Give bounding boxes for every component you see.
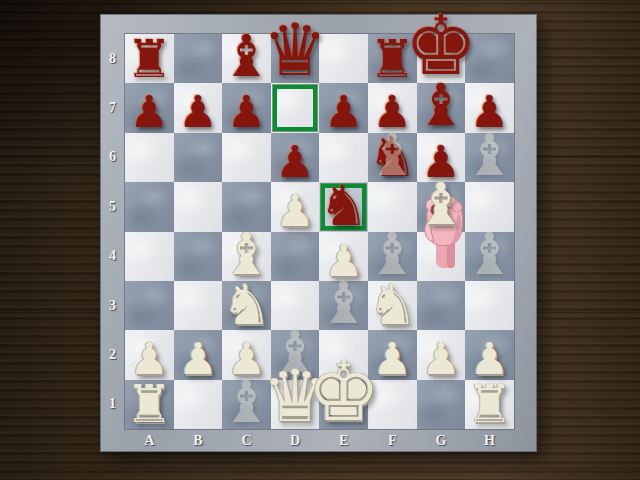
rank-label-7: 7 bbox=[100, 83, 125, 132]
square-a3[interactable] bbox=[125, 281, 174, 330]
chess-board: 8 7 6 5 4 3 2 1 ♜♝♛♜♚♟♟♟♟♟♝♟♟♞♟♞♟♝♝♟♞♞♟♟… bbox=[100, 14, 537, 452]
square-d6[interactable] bbox=[271, 133, 320, 182]
square-h7[interactable] bbox=[465, 83, 514, 132]
square-c3[interactable] bbox=[222, 281, 271, 330]
file-labels: A B C D E F G H bbox=[125, 430, 514, 452]
square-f1[interactable] bbox=[368, 380, 417, 429]
square-d4[interactable] bbox=[271, 232, 320, 281]
square-b3[interactable] bbox=[174, 281, 223, 330]
file-label-h: H bbox=[465, 430, 514, 452]
square-c2[interactable] bbox=[222, 330, 271, 379]
square-h1[interactable] bbox=[465, 380, 514, 429]
file-label-c: C bbox=[222, 430, 271, 452]
square-e5[interactable] bbox=[319, 182, 368, 231]
square-f3[interactable] bbox=[368, 281, 417, 330]
wood-table-background: 8 7 6 5 4 3 2 1 ♜♝♛♜♚♟♟♟♟♟♝♟♟♞♟♞♟♝♝♟♞♞♟♟… bbox=[0, 0, 640, 480]
square-c7[interactable] bbox=[222, 83, 271, 132]
square-b7[interactable] bbox=[174, 83, 223, 132]
file-label-f: F bbox=[368, 430, 417, 452]
rank-label-4: 4 bbox=[100, 232, 125, 281]
square-b4[interactable] bbox=[174, 232, 223, 281]
square-d1[interactable] bbox=[271, 380, 320, 429]
square-a5[interactable] bbox=[125, 182, 174, 231]
rank-label-3: 3 bbox=[100, 281, 125, 330]
file-label-d: D bbox=[271, 430, 320, 452]
square-e4[interactable] bbox=[319, 232, 368, 281]
square-h5[interactable] bbox=[465, 182, 514, 231]
square-d2[interactable] bbox=[271, 330, 320, 379]
square-c4[interactable] bbox=[222, 232, 271, 281]
file-label-g: G bbox=[417, 430, 466, 452]
square-f8[interactable] bbox=[368, 34, 417, 83]
file-label-a: A bbox=[125, 430, 174, 452]
square-e6[interactable] bbox=[319, 133, 368, 182]
square-f6[interactable] bbox=[368, 133, 417, 182]
square-b5[interactable] bbox=[174, 182, 223, 231]
square-b6[interactable] bbox=[174, 133, 223, 182]
square-e3[interactable] bbox=[319, 281, 368, 330]
square-e1[interactable] bbox=[319, 380, 368, 429]
square-h6[interactable] bbox=[465, 133, 514, 182]
rank-label-2: 2 bbox=[100, 330, 125, 379]
square-c5[interactable] bbox=[222, 182, 271, 231]
square-d8[interactable] bbox=[271, 34, 320, 83]
hand-cursor[interactable] bbox=[417, 192, 467, 270]
square-c6[interactable] bbox=[222, 133, 271, 182]
square-g8[interactable] bbox=[417, 34, 466, 83]
square-d5[interactable] bbox=[271, 182, 320, 231]
square-h3[interactable] bbox=[465, 281, 514, 330]
square-d7[interactable] bbox=[271, 83, 320, 132]
rank-label-8: 8 bbox=[100, 34, 125, 83]
square-a7[interactable] bbox=[125, 83, 174, 132]
square-a2[interactable] bbox=[125, 330, 174, 379]
square-a1[interactable] bbox=[125, 380, 174, 429]
square-e8[interactable] bbox=[319, 34, 368, 83]
rank-labels: 8 7 6 5 4 3 2 1 bbox=[100, 34, 125, 429]
square-f5[interactable] bbox=[368, 182, 417, 231]
square-h2[interactable] bbox=[465, 330, 514, 379]
square-a4[interactable] bbox=[125, 232, 174, 281]
square-c8[interactable] bbox=[222, 34, 271, 83]
square-f7[interactable] bbox=[368, 83, 417, 132]
square-d3[interactable] bbox=[271, 281, 320, 330]
square-a8[interactable] bbox=[125, 34, 174, 83]
square-f2[interactable] bbox=[368, 330, 417, 379]
square-g6[interactable] bbox=[417, 133, 466, 182]
square-a6[interactable] bbox=[125, 133, 174, 182]
square-c1[interactable] bbox=[222, 380, 271, 429]
square-b1[interactable] bbox=[174, 380, 223, 429]
rank-label-5: 5 bbox=[100, 182, 125, 231]
square-b2[interactable] bbox=[174, 330, 223, 379]
square-h4[interactable] bbox=[465, 232, 514, 281]
square-f4[interactable] bbox=[368, 232, 417, 281]
square-h8[interactable] bbox=[465, 34, 514, 83]
square-g3[interactable] bbox=[417, 281, 466, 330]
file-label-e: E bbox=[319, 430, 368, 452]
rank-label-1: 1 bbox=[100, 380, 125, 429]
rank-label-6: 6 bbox=[100, 133, 125, 182]
square-e2[interactable] bbox=[319, 330, 368, 379]
square-g2[interactable] bbox=[417, 330, 466, 379]
square-b8[interactable] bbox=[174, 34, 223, 83]
square-g7[interactable] bbox=[417, 83, 466, 132]
file-label-b: B bbox=[174, 430, 223, 452]
square-e7[interactable] bbox=[319, 83, 368, 132]
square-g1[interactable] bbox=[417, 380, 466, 429]
